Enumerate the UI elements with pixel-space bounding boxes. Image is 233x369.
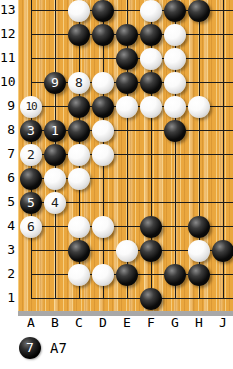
column-label-J: J [211, 316, 233, 330]
row-label-8: 8 [0, 123, 15, 137]
go-stone-white-G11[interactable] [164, 48, 186, 70]
go-stone-white-G10[interactable] [164, 72, 186, 94]
go-stone-white-C6[interactable] [68, 168, 90, 190]
go-stone-black-G8[interactable] [164, 120, 186, 142]
go-stone-white-F9[interactable] [140, 96, 162, 118]
go-stone-black-F1[interactable] [140, 288, 162, 310]
go-stone-black-H13[interactable] [188, 0, 210, 22]
move-caption: 7 A7 [19, 337, 67, 359]
go-stone-white-B5[interactable]: 4 [44, 192, 66, 214]
row-label-7: 7 [0, 147, 15, 161]
go-stone-white-H9[interactable] [188, 96, 210, 118]
go-stone-black-G2[interactable] [164, 264, 186, 286]
go-stone-white-E9[interactable] [116, 96, 138, 118]
go-stone-white-A7[interactable]: 2 [20, 144, 42, 166]
stones-grid: 9810312546 [19, 0, 233, 311]
go-stone-black-C8[interactable] [68, 120, 90, 142]
go-stone-white-D7[interactable] [92, 144, 114, 166]
go-stone-black-A8[interactable]: 3 [20, 120, 42, 142]
go-diagram: 9810312546 13121110987654321 ABCDEFGHJ 7… [0, 0, 233, 369]
go-stone-black-E10[interactable] [116, 72, 138, 94]
go-stone-white-G9[interactable] [164, 96, 186, 118]
column-label-F: F [139, 316, 163, 330]
go-stone-black-D9[interactable] [92, 96, 114, 118]
row-label-4: 4 [0, 219, 15, 233]
caption-black-stone-7: 7 [19, 337, 41, 359]
go-stone-black-B10[interactable]: 9 [44, 72, 66, 94]
go-stone-white-D4[interactable] [92, 216, 114, 238]
caption-stone-number: 7 [26, 340, 34, 355]
go-stone-black-B8[interactable]: 1 [44, 120, 66, 142]
go-stone-black-C12[interactable] [68, 24, 90, 46]
go-stone-black-C3[interactable] [68, 240, 90, 262]
row-label-13: 13 [0, 3, 15, 17]
go-stone-black-A5[interactable]: 5 [20, 192, 42, 214]
row-label-2: 2 [0, 267, 15, 281]
go-stone-black-F3[interactable] [140, 240, 162, 262]
go-stone-white-C4[interactable] [68, 216, 90, 238]
row-label-5: 5 [0, 195, 15, 209]
row-label-12: 12 [0, 27, 15, 41]
row-label-3: 3 [0, 243, 15, 257]
go-board: 9810312546 [18, 0, 233, 311]
go-stone-white-C13[interactable] [68, 0, 90, 22]
go-stone-black-E11[interactable] [116, 48, 138, 70]
go-stone-black-C9[interactable] [68, 96, 90, 118]
go-stone-white-C2[interactable] [68, 264, 90, 286]
row-label-11: 11 [0, 51, 15, 65]
go-stone-black-F10[interactable] [140, 72, 162, 94]
go-stone-white-D2[interactable] [92, 264, 114, 286]
column-label-E: E [115, 316, 139, 330]
go-stone-white-D10[interactable] [92, 72, 114, 94]
caption-coordinate: A7 [50, 340, 67, 356]
go-stone-black-G13[interactable] [164, 0, 186, 22]
row-label-6: 6 [0, 171, 15, 185]
column-label-A: A [19, 316, 43, 330]
go-stone-white-G12[interactable] [164, 24, 186, 46]
go-stone-black-D12[interactable] [92, 24, 114, 46]
row-label-10: 10 [0, 75, 15, 89]
column-label-D: D [91, 316, 115, 330]
go-stone-white-C7[interactable] [68, 144, 90, 166]
go-stone-black-J3[interactable] [212, 240, 233, 262]
go-stone-white-A9[interactable]: 10 [20, 96, 42, 118]
go-stone-white-F13[interactable] [140, 0, 162, 22]
column-label-G: G [163, 316, 187, 330]
go-stone-black-A6[interactable] [20, 168, 42, 190]
go-stone-black-E2[interactable] [116, 264, 138, 286]
go-stone-white-E3[interactable] [116, 240, 138, 262]
go-stone-white-D8[interactable] [92, 120, 114, 142]
go-stone-black-H4[interactable] [188, 216, 210, 238]
go-stone-white-C10[interactable]: 8 [68, 72, 90, 94]
go-stone-black-F12[interactable] [140, 24, 162, 46]
go-stone-white-B6[interactable] [44, 168, 66, 190]
column-label-C: C [67, 316, 91, 330]
row-label-1: 1 [0, 291, 15, 305]
go-stone-white-H3[interactable] [188, 240, 210, 262]
go-stone-black-F4[interactable] [140, 216, 162, 238]
row-label-9: 9 [0, 99, 15, 113]
column-label-H: H [187, 316, 211, 330]
go-stone-black-D13[interactable] [92, 0, 114, 22]
go-stone-black-E12[interactable] [116, 24, 138, 46]
column-label-B: B [43, 316, 67, 330]
go-stone-black-H2[interactable] [188, 264, 210, 286]
go-stone-white-A4[interactable]: 6 [20, 216, 42, 238]
go-stone-black-B7[interactable] [44, 144, 66, 166]
go-stone-white-F11[interactable] [140, 48, 162, 70]
